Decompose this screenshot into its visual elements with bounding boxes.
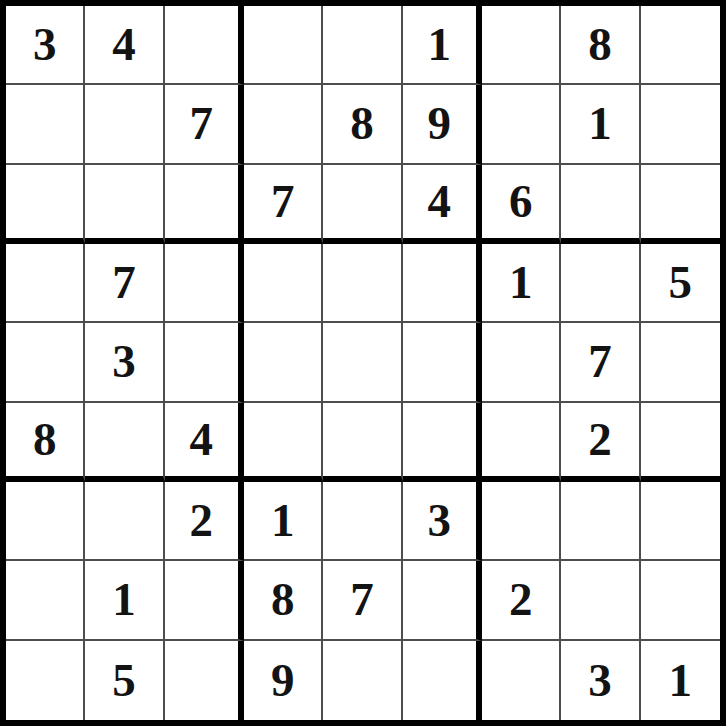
sudoku-cell-r4c6[interactable] — [403, 244, 482, 323]
sudoku-cell-r9c6[interactable] — [403, 641, 482, 720]
sudoku-cell-r5c7[interactable] — [482, 323, 561, 402]
sudoku-cell-r7c7[interactable] — [482, 482, 561, 561]
sudoku-cell-r7c9[interactable] — [641, 482, 720, 561]
sudoku-cell-r8c5: 7 — [323, 561, 402, 640]
sudoku-cell-r8c6[interactable] — [403, 561, 482, 640]
sudoku-cell-r1c8: 8 — [561, 6, 640, 85]
sudoku-cell-r7c4: 1 — [244, 482, 323, 561]
sudoku-cell-r4c7: 1 — [482, 244, 561, 323]
sudoku-cell-r1c1: 3 — [6, 6, 85, 85]
sudoku-cell-r3c5[interactable] — [323, 165, 402, 244]
sudoku-cell-r1c3[interactable] — [165, 6, 244, 85]
sudoku-cell-r1c5[interactable] — [323, 6, 402, 85]
sudoku-cell-r9c1[interactable] — [6, 641, 85, 720]
sudoku-cell-r2c6: 9 — [403, 85, 482, 164]
sudoku-cell-r5c8: 7 — [561, 323, 640, 402]
sudoku-cell-r4c9: 5 — [641, 244, 720, 323]
sudoku-cell-r7c3: 2 — [165, 482, 244, 561]
sudoku-cell-r3c1[interactable] — [6, 165, 85, 244]
sudoku-cell-r5c9[interactable] — [641, 323, 720, 402]
sudoku-cell-r4c1[interactable] — [6, 244, 85, 323]
sudoku-cell-r3c3[interactable] — [165, 165, 244, 244]
sudoku-cell-r7c5[interactable] — [323, 482, 402, 561]
sudoku-cell-r6c8: 2 — [561, 403, 640, 482]
sudoku-cell-r8c1[interactable] — [6, 561, 85, 640]
sudoku-cell-r5c6[interactable] — [403, 323, 482, 402]
sudoku-cell-r2c3: 7 — [165, 85, 244, 164]
sudoku-cell-r2c2[interactable] — [85, 85, 164, 164]
sudoku-cell-r7c8[interactable] — [561, 482, 640, 561]
sudoku-cell-r6c5[interactable] — [323, 403, 402, 482]
sudoku-cell-r5c4[interactable] — [244, 323, 323, 402]
sudoku-cell-r4c8[interactable] — [561, 244, 640, 323]
sudoku-cell-r4c3[interactable] — [165, 244, 244, 323]
sudoku-cell-r7c1[interactable] — [6, 482, 85, 561]
sudoku-cell-r5c5[interactable] — [323, 323, 402, 402]
sudoku-cell-r6c2[interactable] — [85, 403, 164, 482]
sudoku-cell-r8c8[interactable] — [561, 561, 640, 640]
sudoku-cell-r9c2: 5 — [85, 641, 164, 720]
sudoku-cell-r6c3: 4 — [165, 403, 244, 482]
sudoku-cell-r8c2: 1 — [85, 561, 164, 640]
sudoku-cell-r2c5: 8 — [323, 85, 402, 164]
sudoku-cell-r1c9[interactable] — [641, 6, 720, 85]
sudoku-cell-r3c6: 4 — [403, 165, 482, 244]
sudoku-cell-r3c4: 7 — [244, 165, 323, 244]
sudoku-board: 341878917467153784221318725931 — [0, 0, 726, 726]
sudoku-cell-r1c4[interactable] — [244, 6, 323, 85]
sudoku-cell-r3c2[interactable] — [85, 165, 164, 244]
sudoku-cell-r6c1: 8 — [6, 403, 85, 482]
sudoku-cell-r7c2[interactable] — [85, 482, 164, 561]
sudoku-cell-r1c2: 4 — [85, 6, 164, 85]
sudoku-cell-r6c7[interactable] — [482, 403, 561, 482]
sudoku-cell-r8c9[interactable] — [641, 561, 720, 640]
sudoku-cell-r4c4[interactable] — [244, 244, 323, 323]
sudoku-cell-r6c4[interactable] — [244, 403, 323, 482]
sudoku-cell-r9c4: 9 — [244, 641, 323, 720]
sudoku-cell-r2c4[interactable] — [244, 85, 323, 164]
sudoku-cell-r6c9[interactable] — [641, 403, 720, 482]
sudoku-cell-r5c3[interactable] — [165, 323, 244, 402]
sudoku-cell-r8c7: 2 — [482, 561, 561, 640]
sudoku-cell-r3c7: 6 — [482, 165, 561, 244]
sudoku-cell-r2c9[interactable] — [641, 85, 720, 164]
sudoku-cell-r9c9: 1 — [641, 641, 720, 720]
sudoku-cell-r5c1[interactable] — [6, 323, 85, 402]
sudoku-cell-r9c8: 3 — [561, 641, 640, 720]
sudoku-cell-r4c2: 7 — [85, 244, 164, 323]
sudoku-cell-r2c8: 1 — [561, 85, 640, 164]
sudoku-cell-r1c7[interactable] — [482, 6, 561, 85]
sudoku-cell-r9c7[interactable] — [482, 641, 561, 720]
sudoku-cell-r8c4: 8 — [244, 561, 323, 640]
sudoku-cell-r2c7[interactable] — [482, 85, 561, 164]
sudoku-cell-r9c3[interactable] — [165, 641, 244, 720]
sudoku-cell-r1c6: 1 — [403, 6, 482, 85]
sudoku-cell-r2c1[interactable] — [6, 85, 85, 164]
sudoku-cell-r3c8[interactable] — [561, 165, 640, 244]
sudoku-cell-r9c5[interactable] — [323, 641, 402, 720]
sudoku-cell-r4c5[interactable] — [323, 244, 402, 323]
sudoku-cell-r7c6: 3 — [403, 482, 482, 561]
sudoku-cell-r5c2: 3 — [85, 323, 164, 402]
sudoku-cell-r8c3[interactable] — [165, 561, 244, 640]
sudoku-cell-r3c9[interactable] — [641, 165, 720, 244]
sudoku-cell-r6c6[interactable] — [403, 403, 482, 482]
